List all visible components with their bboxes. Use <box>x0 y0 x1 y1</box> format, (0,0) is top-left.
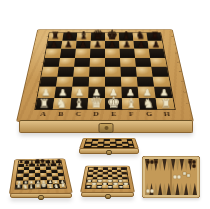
piece-white-knight: ♞ <box>53 183 59 188</box>
backgammon-checker <box>146 189 150 193</box>
mini-square-g7: ♟ <box>51 163 57 166</box>
piece-white-king: ♚ <box>105 95 122 110</box>
square-f1: ♝ <box>122 98 140 110</box>
checkers-grid <box>86 168 129 189</box>
square-f6 <box>120 49 135 58</box>
file-label-B: B <box>51 111 70 119</box>
piece-black-pawn: ♟ <box>56 163 61 166</box>
dice <box>187 174 190 177</box>
square-c5 <box>74 57 90 66</box>
square-f4 <box>120 67 136 77</box>
piece-black-pawn: ♟ <box>120 41 135 49</box>
square-d7: ♟ <box>90 41 105 49</box>
backgammon-checker <box>192 160 196 164</box>
checkers-clasp <box>105 194 111 199</box>
square-c7: ♟ <box>76 41 91 49</box>
rank-label-7: 7 <box>33 42 49 46</box>
rank-label-4: 4 <box>166 69 183 74</box>
backgammon-checker <box>146 160 150 164</box>
rank-label-3: 3 <box>24 79 42 85</box>
square-d5 <box>90 57 105 66</box>
rank-label-3: 3 <box>168 79 186 85</box>
checkers-piece-light <box>86 186 91 188</box>
square-d4 <box>89 67 105 77</box>
mini-chess-grid: ♜♞♝♛♚♝♞♜♟♟♟♟♟♟♟♟♟♟♟♟♟♟♟♟♜♞♝♛♚♝♞♜ <box>16 160 66 188</box>
rank-label-2: 2 <box>170 89 188 95</box>
mini-clasp <box>38 195 44 200</box>
piece-black-pawn: ♟ <box>105 41 120 49</box>
product-photo: 87654321 87654321 ♜♞♝♛♚♝♞♜♟♟♟♟♟♟♟♟♟♟♟♟♟♟… <box>0 0 210 209</box>
folded-checker-pattern <box>85 139 134 147</box>
square-b7: ♟ <box>61 41 76 49</box>
square-g3 <box>137 76 154 86</box>
rank-label-5: 5 <box>164 60 181 65</box>
mini-square-e1: ♚ <box>41 184 47 188</box>
mini-square-e7: ♟ <box>40 164 46 167</box>
rank-label-7: 7 <box>161 42 177 46</box>
rank-label-8: 8 <box>35 35 50 39</box>
square-e6 <box>105 49 120 58</box>
thumbnail-backgammon-open <box>142 156 200 198</box>
folded-clasp <box>106 150 112 155</box>
piece-white-queen: ♛ <box>88 95 105 110</box>
mini-square-a1: ♜ <box>16 185 23 189</box>
square-g6 <box>134 49 150 58</box>
square-g4 <box>136 67 153 77</box>
chess-grid: ♜♞♝♛♚♝♞♜♟♟♟♟♟♟♟♟♟♟♟♟♟♟♟♟♜♞♝♛♚♝♞♜ <box>35 33 174 109</box>
checkers-piece-light <box>113 183 117 185</box>
square-e7: ♟ <box>105 41 120 49</box>
thumbnail-chess-setup: ♜♞♝♛♚♝♞♜♟♟♟♟♟♟♟♟♟♟♟♟♟♟♟♟♜♞♝♛♚♝♞♜ <box>9 158 73 194</box>
mini-square-h1: ♜ <box>59 184 66 188</box>
piece-white-rook: ♜ <box>16 184 22 189</box>
mini-front-edge <box>10 193 72 198</box>
square-b5 <box>59 57 75 66</box>
backgammon-checker <box>150 160 154 164</box>
file-label-H: H <box>157 111 176 119</box>
board-front-edge <box>19 120 193 133</box>
square-a1: ♜ <box>35 98 54 110</box>
square-e3 <box>105 76 121 86</box>
square-c1: ♝ <box>70 98 88 110</box>
piece-black-pawn: ♟ <box>51 163 56 166</box>
rank-label-1: 1 <box>172 100 191 106</box>
square-f3 <box>121 76 138 86</box>
square-a3 <box>40 76 58 86</box>
square-c3 <box>72 76 89 86</box>
rank-label-6: 6 <box>163 51 179 56</box>
piece-black-pawn: ♟ <box>61 41 76 49</box>
square-g7: ♟ <box>133 41 148 49</box>
square-g1: ♞ <box>139 98 157 110</box>
mini-square-c7: ♟ <box>29 164 34 167</box>
square-a7: ♟ <box>47 41 63 49</box>
square-b6 <box>60 49 76 58</box>
square-f5 <box>120 57 136 66</box>
square-c6 <box>75 49 90 58</box>
file-label-D: D <box>87 111 105 119</box>
mini-square-c1: ♝ <box>28 184 34 188</box>
file-labels: ABCDEFGH <box>34 111 177 119</box>
rank-label-1: 1 <box>19 100 38 106</box>
square-b1: ♞ <box>53 98 71 110</box>
piece-black-pawn: ♟ <box>29 163 35 166</box>
rank-label-2: 2 <box>22 89 40 95</box>
mini-square-g1: ♞ <box>53 184 60 188</box>
piece-white-bishop: ♝ <box>70 97 87 110</box>
backgammon-checker <box>192 164 196 168</box>
rank-label-8: 8 <box>160 35 175 39</box>
checkers-piece-light <box>108 186 112 188</box>
square-g5 <box>135 57 151 66</box>
folded-front-edge <box>79 148 139 154</box>
checkers-piece-light <box>103 183 107 185</box>
rank-label-4: 4 <box>27 69 44 74</box>
checkers-square-h1 <box>123 185 129 188</box>
piece-white-bishop: ♝ <box>122 97 139 110</box>
backgammon-checker <box>150 189 154 193</box>
piece-white-rook: ♜ <box>59 183 65 188</box>
square-c4 <box>73 67 89 77</box>
rank-label-6: 6 <box>31 51 47 56</box>
square-f7: ♟ <box>119 41 134 49</box>
square-e5 <box>105 57 120 66</box>
piece-black-pawn: ♟ <box>76 41 91 49</box>
piece-black-pawn: ♟ <box>18 164 24 167</box>
checkers-piece-light <box>124 183 129 185</box>
file-label-G: G <box>140 111 159 119</box>
file-label-A: A <box>34 111 53 119</box>
square-b3 <box>56 76 73 86</box>
piece-white-knight: ♞ <box>53 97 70 110</box>
clasp-latch <box>99 123 114 133</box>
backgammon-checker <box>188 160 192 164</box>
square-b4 <box>57 67 74 77</box>
dice <box>183 172 186 175</box>
square-d1: ♛ <box>88 98 105 110</box>
backgammon-checker <box>173 175 177 179</box>
backgammon-checker <box>177 175 181 179</box>
square-d3 <box>89 76 105 86</box>
piece-black-pawn: ♟ <box>134 41 149 49</box>
piece-white-king: ♚ <box>41 182 47 188</box>
square-d6 <box>90 49 105 58</box>
square-e4 <box>105 67 121 77</box>
piece-black-pawn: ♟ <box>90 41 105 49</box>
file-label-C: C <box>69 111 87 119</box>
mini-square-h7: ♟ <box>56 163 62 166</box>
rank-label-5: 5 <box>29 60 46 65</box>
square-e1: ♚ <box>105 98 122 110</box>
backgammon-checker <box>154 160 158 164</box>
main-chess-board: 87654321 87654321 ♜♞♝♛♚♝♞♜♟♟♟♟♟♟♟♟♟♟♟♟♟♟… <box>16 29 194 122</box>
piece-white-rook: ♜ <box>35 98 52 110</box>
piece-white-knight: ♞ <box>140 97 157 110</box>
file-label-F: F <box>122 111 140 119</box>
square-a6 <box>45 49 61 58</box>
checkers-piece-light <box>97 186 102 188</box>
piece-white-bishop: ♝ <box>28 184 34 189</box>
file-label-E: E <box>105 111 123 119</box>
checkers-front-edge <box>81 192 134 197</box>
thumbnail-checkers-setup <box>80 166 135 193</box>
piece-black-pawn: ♟ <box>40 163 45 166</box>
